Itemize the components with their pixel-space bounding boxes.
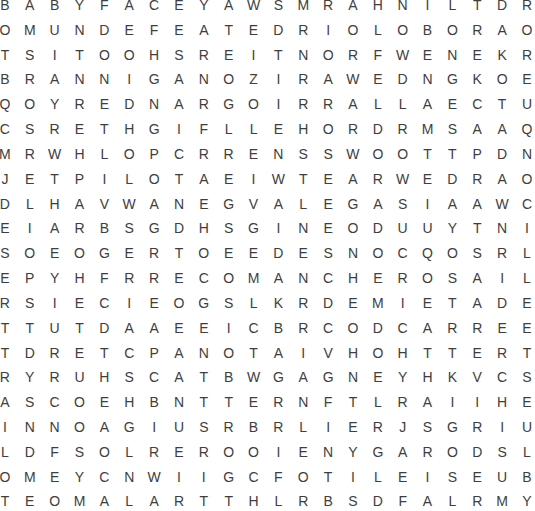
grid-cell[interactable]: G (191, 290, 216, 315)
grid-cell[interactable]: W (241, 0, 266, 17)
grid-cell[interactable]: A (167, 365, 192, 390)
grid-cell[interactable]: R (390, 390, 415, 415)
grid-cell[interactable]: N (191, 340, 216, 365)
grid-cell[interactable]: A (415, 489, 440, 511)
grid-cell[interactable]: I (167, 464, 192, 489)
grid-cell[interactable]: A (167, 92, 192, 117)
grid-cell[interactable]: I (117, 290, 142, 315)
grid-cell[interactable]: P (67, 166, 92, 191)
grid-cell[interactable]: L (117, 439, 142, 464)
grid-cell[interactable]: C (465, 92, 490, 117)
grid-cell[interactable]: R (465, 315, 490, 340)
grid-cell[interactable]: B (142, 390, 167, 415)
grid-cell[interactable]: C (42, 390, 67, 415)
grid-cell[interactable]: O (216, 439, 241, 464)
grid-cell[interactable]: L (117, 489, 142, 511)
grid-cell[interactable]: O (191, 241, 216, 266)
grid-cell[interactable]: E (67, 340, 92, 365)
grid-cell[interactable]: L (241, 290, 266, 315)
grid-cell[interactable]: R (440, 315, 465, 340)
grid-cell[interactable]: I (440, 390, 465, 415)
grid-cell[interactable]: E (266, 117, 291, 142)
grid-cell[interactable]: L (241, 117, 266, 142)
grid-cell[interactable]: E (415, 166, 440, 191)
grid-cell[interactable]: L (0, 439, 17, 464)
grid-cell[interactable]: O (216, 67, 241, 92)
grid-cell[interactable]: N (341, 241, 366, 266)
grid-cell[interactable]: U (42, 17, 67, 42)
grid-cell[interactable]: O (365, 141, 390, 166)
grid-cell[interactable]: G (241, 216, 266, 241)
grid-cell[interactable]: E (42, 464, 67, 489)
grid-cell[interactable]: O (390, 17, 415, 42)
grid-cell[interactable]: R (291, 17, 316, 42)
grid-cell[interactable]: B (216, 365, 241, 390)
grid-cell[interactable]: Q (515, 117, 535, 142)
grid-cell[interactable]: N (390, 0, 415, 17)
grid-cell[interactable]: A (490, 17, 515, 42)
grid-cell[interactable]: T (191, 365, 216, 390)
grid-cell[interactable]: L (440, 0, 465, 17)
grid-cell[interactable]: G (117, 415, 142, 440)
grid-cell[interactable]: O (92, 439, 117, 464)
grid-cell[interactable]: D (490, 290, 515, 315)
grid-cell[interactable]: S (17, 390, 42, 415)
grid-cell[interactable]: C (390, 241, 415, 266)
grid-cell[interactable]: E (92, 390, 117, 415)
grid-cell[interactable]: T (316, 464, 341, 489)
grid-cell[interactable]: R (291, 315, 316, 340)
grid-cell[interactable]: T (440, 141, 465, 166)
grid-cell[interactable]: L (440, 489, 465, 511)
grid-cell[interactable]: L (515, 266, 535, 291)
grid-cell[interactable]: R (216, 415, 241, 440)
grid-cell[interactable]: N (490, 216, 515, 241)
grid-cell[interactable]: E (17, 489, 42, 511)
grid-cell[interactable]: F (365, 42, 390, 67)
grid-cell[interactable]: Y (341, 439, 366, 464)
grid-cell[interactable]: R (291, 290, 316, 315)
grid-cell[interactable]: S (266, 0, 291, 17)
grid-cell[interactable]: A (415, 390, 440, 415)
grid-cell[interactable]: T (515, 340, 535, 365)
grid-cell[interactable]: A (117, 315, 142, 340)
grid-cell[interactable]: R (316, 0, 341, 17)
grid-cell[interactable]: N (92, 67, 117, 92)
grid-cell[interactable]: N (167, 390, 192, 415)
grid-cell[interactable]: A (415, 315, 440, 340)
grid-cell[interactable]: K (490, 42, 515, 67)
grid-cell[interactable]: O (341, 315, 366, 340)
grid-cell[interactable]: C (167, 141, 192, 166)
grid-cell[interactable]: G (142, 67, 167, 92)
grid-cell[interactable]: E (241, 390, 266, 415)
grid-cell[interactable]: R (142, 439, 167, 464)
grid-cell[interactable]: E (490, 315, 515, 340)
grid-cell[interactable]: L (365, 92, 390, 117)
grid-cell[interactable]: L (515, 241, 535, 266)
grid-cell[interactable]: L (365, 17, 390, 42)
grid-cell[interactable]: K (465, 67, 490, 92)
grid-cell[interactable]: I (341, 464, 366, 489)
grid-cell[interactable]: I (92, 166, 117, 191)
grid-cell[interactable]: R (0, 365, 17, 390)
grid-cell[interactable]: O (67, 415, 92, 440)
grid-cell[interactable]: S (316, 141, 341, 166)
grid-cell[interactable]: R (515, 0, 535, 17)
grid-cell[interactable]: M (67, 489, 92, 511)
grid-cell[interactable]: I (266, 92, 291, 117)
grid-cell[interactable]: T (465, 0, 490, 17)
grid-cell[interactable]: E (167, 0, 192, 17)
grid-cell[interactable]: Q (0, 92, 17, 117)
grid-cell[interactable]: G (216, 464, 241, 489)
grid-cell[interactable]: O (365, 340, 390, 365)
grid-cell[interactable]: E (316, 191, 341, 216)
grid-cell[interactable]: O (241, 439, 266, 464)
grid-cell[interactable]: E (241, 141, 266, 166)
grid-cell[interactable]: R (490, 340, 515, 365)
grid-cell[interactable]: I (266, 439, 291, 464)
grid-cell[interactable]: C (92, 290, 117, 315)
grid-cell[interactable]: G (142, 216, 167, 241)
grid-cell[interactable]: U (390, 216, 415, 241)
grid-cell[interactable]: O (17, 92, 42, 117)
grid-cell[interactable]: Y (440, 216, 465, 241)
grid-cell[interactable]: G (216, 191, 241, 216)
grid-cell[interactable]: G (216, 92, 241, 117)
grid-cell[interactable]: M (17, 464, 42, 489)
grid-cell[interactable]: C (117, 340, 142, 365)
grid-cell[interactable]: S (117, 365, 142, 390)
grid-cell[interactable]: T (241, 340, 266, 365)
grid-cell[interactable]: N (291, 42, 316, 67)
grid-cell[interactable]: S (291, 141, 316, 166)
grid-cell[interactable]: T (17, 315, 42, 340)
grid-cell[interactable]: A (191, 166, 216, 191)
grid-cell[interactable]: R (142, 241, 167, 266)
grid-cell[interactable]: P (142, 141, 167, 166)
grid-cell[interactable]: A (117, 0, 142, 17)
grid-cell[interactable]: T (266, 42, 291, 67)
grid-cell[interactable]: N (341, 365, 366, 390)
grid-cell[interactable]: H (490, 390, 515, 415)
grid-cell[interactable]: Z (241, 67, 266, 92)
grid-cell[interactable]: D (0, 191, 17, 216)
grid-cell[interactable]: R (191, 439, 216, 464)
grid-cell[interactable]: U (415, 216, 440, 241)
grid-cell[interactable]: A (167, 340, 192, 365)
grid-cell[interactable]: Y (17, 365, 42, 390)
grid-cell[interactable]: P (17, 266, 42, 291)
grid-cell[interactable]: R (42, 365, 67, 390)
grid-cell[interactable]: H (365, 0, 390, 17)
grid-cell[interactable]: A (390, 439, 415, 464)
grid-cell[interactable]: R (341, 42, 366, 67)
grid-cell[interactable]: O (341, 216, 366, 241)
grid-cell[interactable]: O (117, 141, 142, 166)
grid-cell[interactable]: E (42, 241, 67, 266)
grid-cell[interactable]: D (167, 216, 192, 241)
grid-cell[interactable]: D (17, 439, 42, 464)
grid-cell[interactable]: S (440, 464, 465, 489)
grid-cell[interactable]: N (515, 141, 535, 166)
grid-cell[interactable]: H (67, 266, 92, 291)
grid-cell[interactable]: S (440, 266, 465, 291)
grid-cell[interactable]: E (291, 439, 316, 464)
grid-cell[interactable]: E (167, 315, 192, 340)
grid-cell[interactable]: R (465, 166, 490, 191)
grid-cell[interactable]: Y (191, 0, 216, 17)
grid-cell[interactable]: G (365, 439, 390, 464)
grid-cell[interactable]: R (42, 340, 67, 365)
grid-cell[interactable]: S (415, 415, 440, 440)
grid-cell[interactable]: W (42, 141, 67, 166)
grid-cell[interactable]: I (415, 464, 440, 489)
grid-cell[interactable]: G (316, 365, 341, 390)
grid-cell[interactable]: A (142, 489, 167, 511)
grid-cell[interactable]: S (316, 241, 341, 266)
grid-cell[interactable]: P (142, 340, 167, 365)
grid-cell[interactable]: G (341, 191, 366, 216)
grid-cell[interactable]: A (341, 166, 366, 191)
grid-cell[interactable]: M (241, 266, 266, 291)
grid-cell[interactable]: D (92, 315, 117, 340)
grid-cell[interactable]: R (42, 117, 67, 142)
grid-cell[interactable]: I (415, 191, 440, 216)
grid-cell[interactable]: O (216, 340, 241, 365)
grid-cell[interactable]: O (241, 92, 266, 117)
grid-cell[interactable]: G (142, 117, 167, 142)
grid-cell[interactable]: R (465, 489, 490, 511)
grid-cell[interactable]: S (67, 439, 92, 464)
grid-cell[interactable]: W (117, 191, 142, 216)
grid-cell[interactable]: O (515, 166, 535, 191)
grid-cell[interactable]: S (17, 290, 42, 315)
grid-cell[interactable]: O (67, 390, 92, 415)
grid-cell[interactable]: C (142, 365, 167, 390)
grid-cell[interactable]: O (440, 439, 465, 464)
grid-cell[interactable]: N (42, 415, 67, 440)
grid-cell[interactable]: U (42, 315, 67, 340)
grid-cell[interactable]: M (17, 17, 42, 42)
grid-cell[interactable]: A (92, 415, 117, 440)
grid-cell[interactable]: E (67, 117, 92, 142)
grid-cell[interactable]: S (167, 42, 192, 67)
grid-cell[interactable]: T (216, 17, 241, 42)
grid-cell[interactable]: I (117, 67, 142, 92)
grid-cell[interactable]: D (365, 216, 390, 241)
grid-cell[interactable]: D (365, 489, 390, 511)
grid-cell[interactable]: O (316, 42, 341, 67)
grid-cell[interactable]: E (515, 390, 535, 415)
grid-cell[interactable]: N (17, 415, 42, 440)
grid-cell[interactable]: H (117, 390, 142, 415)
grid-cell[interactable]: I (316, 415, 341, 440)
grid-cell[interactable]: E (191, 315, 216, 340)
grid-cell[interactable]: E (465, 42, 490, 67)
grid-cell[interactable]: A (465, 117, 490, 142)
grid-cell[interactable]: G (92, 241, 117, 266)
grid-cell[interactable]: H (142, 42, 167, 67)
grid-cell[interactable]: R (191, 92, 216, 117)
grid-cell[interactable]: A (142, 315, 167, 340)
grid-cell[interactable]: R (341, 117, 366, 142)
grid-cell[interactable]: A (440, 191, 465, 216)
grid-cell[interactable]: V (465, 365, 490, 390)
grid-cell[interactable]: C (92, 464, 117, 489)
grid-cell[interactable]: T (341, 390, 366, 415)
grid-cell[interactable]: L (365, 464, 390, 489)
grid-cell[interactable]: E (142, 290, 167, 315)
grid-cell[interactable]: E (241, 17, 266, 42)
grid-cell[interactable]: T (167, 241, 192, 266)
grid-cell[interactable]: E (17, 166, 42, 191)
grid-cell[interactable]: A (291, 365, 316, 390)
grid-cell[interactable]: S (465, 241, 490, 266)
grid-cell[interactable]: D (17, 340, 42, 365)
grid-cell[interactable]: F (316, 390, 341, 415)
grid-cell[interactable]: J (390, 415, 415, 440)
grid-cell[interactable]: E (365, 67, 390, 92)
grid-cell[interactable]: T (67, 315, 92, 340)
grid-cell[interactable]: F (92, 0, 117, 17)
grid-cell[interactable]: D (266, 17, 291, 42)
grid-cell[interactable]: T (92, 117, 117, 142)
grid-cell[interactable]: A (465, 191, 490, 216)
grid-cell[interactable]: S (341, 489, 366, 511)
grid-cell[interactable]: O (0, 464, 17, 489)
grid-cell[interactable]: P (465, 141, 490, 166)
grid-cell[interactable]: A (465, 266, 490, 291)
grid-cell[interactable]: C (191, 266, 216, 291)
grid-cell[interactable]: I (0, 415, 17, 440)
grid-cell[interactable]: L (216, 117, 241, 142)
grid-cell[interactable]: V (241, 191, 266, 216)
grid-cell[interactable]: O (117, 42, 142, 67)
grid-cell[interactable]: E (316, 216, 341, 241)
grid-cell[interactable]: R (142, 266, 167, 291)
grid-cell[interactable]: I (266, 67, 291, 92)
grid-cell[interactable]: O (415, 266, 440, 291)
grid-cell[interactable]: A (465, 290, 490, 315)
grid-cell[interactable]: M (291, 0, 316, 17)
grid-cell[interactable]: I (490, 415, 515, 440)
grid-cell[interactable]: A (17, 0, 42, 17)
grid-cell[interactable]: C (515, 191, 535, 216)
grid-cell[interactable]: N (291, 390, 316, 415)
grid-cell[interactable]: T (490, 92, 515, 117)
grid-cell[interactable]: R (365, 166, 390, 191)
grid-cell[interactable]: I (291, 340, 316, 365)
grid-cell[interactable]: O (490, 67, 515, 92)
grid-cell[interactable]: R (67, 92, 92, 117)
grid-cell[interactable]: N (142, 92, 167, 117)
grid-cell[interactable]: S (390, 191, 415, 216)
grid-cell[interactable]: T (465, 216, 490, 241)
grid-cell[interactable]: R (266, 390, 291, 415)
grid-cell[interactable]: B (241, 415, 266, 440)
grid-cell[interactable]: I (142, 415, 167, 440)
grid-cell[interactable]: L (266, 489, 291, 511)
grid-cell[interactable]: E (67, 290, 92, 315)
grid-cell[interactable]: S (515, 365, 535, 390)
grid-cell[interactable]: E (191, 191, 216, 216)
grid-cell[interactable]: A (490, 166, 515, 191)
grid-cell[interactable]: K (440, 365, 465, 390)
grid-cell[interactable]: L (365, 390, 390, 415)
grid-cell[interactable]: U (515, 92, 535, 117)
grid-cell[interactable]: F (142, 17, 167, 42)
grid-cell[interactable]: S (216, 290, 241, 315)
grid-cell[interactable]: H (291, 117, 316, 142)
grid-cell[interactable]: I (42, 290, 67, 315)
grid-cell[interactable]: N (67, 17, 92, 42)
grid-cell[interactable]: O (142, 166, 167, 191)
grid-cell[interactable]: D (365, 117, 390, 142)
grid-cell[interactable]: L (291, 191, 316, 216)
grid-cell[interactable]: I (191, 464, 216, 489)
grid-cell[interactable]: W (341, 67, 366, 92)
grid-cell[interactable]: D (390, 67, 415, 92)
grid-cell[interactable]: W (142, 464, 167, 489)
grid-cell[interactable]: R (316, 92, 341, 117)
grid-cell[interactable]: D (266, 241, 291, 266)
grid-cell[interactable]: O (341, 17, 366, 42)
grid-cell[interactable]: L (291, 415, 316, 440)
grid-cell[interactable]: E (515, 290, 535, 315)
grid-cell[interactable]: M (490, 489, 515, 511)
grid-cell[interactable]: Y (67, 0, 92, 17)
grid-cell[interactable]: H (415, 365, 440, 390)
grid-cell[interactable]: T (0, 42, 17, 67)
grid-cell[interactable]: S (440, 117, 465, 142)
grid-cell[interactable]: R (465, 415, 490, 440)
grid-cell[interactable]: O (515, 17, 535, 42)
grid-cell[interactable]: R (191, 141, 216, 166)
grid-cell[interactable]: C (316, 266, 341, 291)
grid-cell[interactable]: R (0, 290, 17, 315)
grid-cell[interactable]: Y (42, 266, 67, 291)
grid-cell[interactable]: N (266, 141, 291, 166)
grid-cell[interactable]: A (266, 266, 291, 291)
grid-cell[interactable]: C (241, 315, 266, 340)
grid-cell[interactable]: L (515, 439, 535, 464)
grid-cell[interactable]: W (341, 141, 366, 166)
grid-cell[interactable]: S (490, 439, 515, 464)
grid-cell[interactable]: R (515, 42, 535, 67)
grid-cell[interactable]: L (17, 191, 42, 216)
grid-cell[interactable]: I (241, 166, 266, 191)
grid-cell[interactable]: E (117, 17, 142, 42)
grid-cell[interactable]: E (167, 17, 192, 42)
grid-cell[interactable]: Q (415, 241, 440, 266)
grid-cell[interactable]: R (117, 266, 142, 291)
grid-cell[interactable]: D (117, 92, 142, 117)
grid-cell[interactable]: N (316, 439, 341, 464)
grid-cell[interactable]: E (515, 67, 535, 92)
grid-cell[interactable]: A (316, 67, 341, 92)
grid-cell[interactable]: I (415, 0, 440, 17)
grid-cell[interactable]: O (92, 42, 117, 67)
grid-cell[interactable]: F (266, 464, 291, 489)
grid-cell[interactable]: S (17, 42, 42, 67)
grid-cell[interactable]: A (216, 0, 241, 17)
grid-cell[interactable]: E (117, 241, 142, 266)
grid-cell[interactable]: T (440, 340, 465, 365)
grid-cell[interactable]: H (191, 216, 216, 241)
grid-cell[interactable]: W (241, 365, 266, 390)
